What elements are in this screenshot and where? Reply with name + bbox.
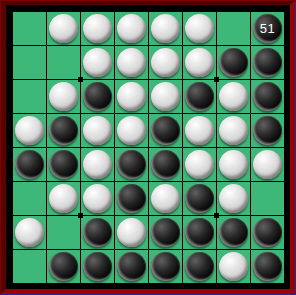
disc-black bbox=[151, 116, 180, 145]
cell-h3[interactable] bbox=[251, 80, 284, 113]
disc-white bbox=[253, 150, 282, 179]
cell-g8[interactable] bbox=[217, 250, 250, 283]
disc-white bbox=[83, 184, 112, 213]
disc-black bbox=[253, 82, 282, 111]
move-number-label: 51 bbox=[253, 14, 282, 43]
disc-black bbox=[83, 218, 112, 247]
cell-e7[interactable] bbox=[149, 216, 182, 249]
disc-white bbox=[219, 150, 248, 179]
cell-d4[interactable] bbox=[115, 114, 148, 147]
disc-white bbox=[83, 150, 112, 179]
disc-black bbox=[15, 150, 44, 179]
disc-black bbox=[219, 48, 248, 77]
disc-white bbox=[219, 116, 248, 145]
disc-black bbox=[253, 218, 282, 247]
disc-white bbox=[219, 184, 248, 213]
disc-black bbox=[151, 252, 180, 281]
cell-e8[interactable] bbox=[149, 250, 182, 283]
cell-h1[interactable]: 51 bbox=[251, 12, 284, 45]
cell-a4[interactable] bbox=[13, 114, 46, 147]
disc-black bbox=[83, 252, 112, 281]
cell-a6[interactable] bbox=[13, 182, 46, 215]
cell-f4[interactable] bbox=[183, 114, 216, 147]
disc-white bbox=[83, 116, 112, 145]
cell-e6[interactable] bbox=[149, 182, 182, 215]
cell-g3[interactable] bbox=[217, 80, 250, 113]
disc-black bbox=[185, 184, 214, 213]
cell-b7[interactable] bbox=[47, 216, 80, 249]
star-point bbox=[78, 213, 83, 218]
cell-c4[interactable] bbox=[81, 114, 114, 147]
cell-b6[interactable] bbox=[47, 182, 80, 215]
cell-e1[interactable] bbox=[149, 12, 182, 45]
cell-b3[interactable] bbox=[47, 80, 80, 113]
star-point bbox=[78, 77, 83, 82]
cell-b4[interactable] bbox=[47, 114, 80, 147]
cell-d1[interactable] bbox=[115, 12, 148, 45]
cell-b8[interactable] bbox=[47, 250, 80, 283]
cell-f1[interactable] bbox=[183, 12, 216, 45]
disc-white bbox=[117, 82, 146, 111]
cell-c7[interactable] bbox=[81, 216, 114, 249]
disc-white bbox=[49, 14, 78, 43]
disc-black bbox=[253, 252, 282, 281]
cell-d8[interactable] bbox=[115, 250, 148, 283]
cell-c8[interactable] bbox=[81, 250, 114, 283]
disc-white bbox=[49, 82, 78, 111]
disc-black bbox=[83, 82, 112, 111]
disc-black bbox=[151, 218, 180, 247]
disc-white bbox=[219, 82, 248, 111]
cell-f7[interactable] bbox=[183, 216, 216, 249]
cell-f6[interactable] bbox=[183, 182, 216, 215]
star-point bbox=[214, 77, 219, 82]
cell-d5[interactable] bbox=[115, 148, 148, 181]
disc-black bbox=[117, 184, 146, 213]
cell-f5[interactable] bbox=[183, 148, 216, 181]
cell-a1[interactable] bbox=[13, 12, 46, 45]
cell-e2[interactable] bbox=[149, 46, 182, 79]
cell-f3[interactable] bbox=[183, 80, 216, 113]
disc-white bbox=[117, 116, 146, 145]
cell-e4[interactable] bbox=[149, 114, 182, 147]
cell-g4[interactable] bbox=[217, 114, 250, 147]
cell-a7[interactable] bbox=[13, 216, 46, 249]
disc-black bbox=[185, 218, 214, 247]
disc-white bbox=[151, 14, 180, 43]
cell-d7[interactable] bbox=[115, 216, 148, 249]
cell-g6[interactable] bbox=[217, 182, 250, 215]
cell-d3[interactable] bbox=[115, 80, 148, 113]
disc-white bbox=[185, 14, 214, 43]
disc-black bbox=[151, 150, 180, 179]
cell-h6[interactable] bbox=[251, 182, 284, 215]
star-point bbox=[214, 213, 219, 218]
cell-d6[interactable] bbox=[115, 182, 148, 215]
cell-h5[interactable] bbox=[251, 148, 284, 181]
disc-white bbox=[117, 218, 146, 247]
cell-a8[interactable] bbox=[13, 250, 46, 283]
disc-black bbox=[49, 252, 78, 281]
disc-black bbox=[49, 116, 78, 145]
cell-h8[interactable] bbox=[251, 250, 284, 283]
cell-h7[interactable] bbox=[251, 216, 284, 249]
cell-c2[interactable] bbox=[81, 46, 114, 79]
disc-black bbox=[117, 150, 146, 179]
cell-h4[interactable] bbox=[251, 114, 284, 147]
disc-white bbox=[185, 48, 214, 77]
disc-white bbox=[151, 184, 180, 213]
disc-black bbox=[219, 218, 248, 247]
disc-black: 51 bbox=[253, 14, 282, 43]
cell-a2[interactable] bbox=[13, 46, 46, 79]
disc-white bbox=[15, 116, 44, 145]
cell-g1[interactable] bbox=[217, 12, 250, 45]
cell-c3[interactable] bbox=[81, 80, 114, 113]
disc-black bbox=[185, 82, 214, 111]
disc-white bbox=[83, 48, 112, 77]
cell-c1[interactable] bbox=[81, 12, 114, 45]
disc-white bbox=[117, 14, 146, 43]
cell-f8[interactable] bbox=[183, 250, 216, 283]
disc-white bbox=[83, 14, 112, 43]
game-window: 51 bbox=[0, 0, 296, 295]
cell-g7[interactable] bbox=[217, 216, 250, 249]
disc-white bbox=[49, 184, 78, 213]
cell-g2[interactable] bbox=[217, 46, 250, 79]
cell-b5[interactable] bbox=[47, 148, 80, 181]
cell-a3[interactable] bbox=[13, 80, 46, 113]
disc-white bbox=[219, 252, 248, 281]
cell-c5[interactable] bbox=[81, 148, 114, 181]
cell-b2[interactable] bbox=[47, 46, 80, 79]
disc-black bbox=[117, 252, 146, 281]
disc-black bbox=[253, 48, 282, 77]
othello-board: 51 bbox=[13, 12, 284, 283]
disc-black bbox=[185, 252, 214, 281]
cell-c6[interactable] bbox=[81, 182, 114, 215]
disc-white bbox=[151, 48, 180, 77]
disc-black bbox=[49, 150, 78, 179]
cell-h2[interactable] bbox=[251, 46, 284, 79]
disc-white bbox=[151, 82, 180, 111]
cell-e5[interactable] bbox=[149, 148, 182, 181]
cell-d2[interactable] bbox=[115, 46, 148, 79]
disc-black bbox=[253, 116, 282, 145]
disc-white bbox=[15, 218, 44, 247]
disc-white bbox=[117, 48, 146, 77]
cell-a5[interactable] bbox=[13, 148, 46, 181]
cell-g5[interactable] bbox=[217, 148, 250, 181]
cell-e3[interactable] bbox=[149, 80, 182, 113]
cell-f2[interactable] bbox=[183, 46, 216, 79]
cell-b1[interactable] bbox=[47, 12, 80, 45]
disc-white bbox=[185, 150, 214, 179]
disc-white bbox=[185, 116, 214, 145]
